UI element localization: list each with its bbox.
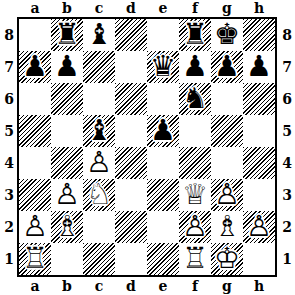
piece-black-bishop[interactable]: ♝: [83, 115, 115, 147]
square-d4[interactable]: [115, 147, 147, 179]
square-f1[interactable]: ♜♖: [179, 243, 211, 275]
square-c6[interactable]: [83, 83, 115, 115]
rank-label-4: 4: [279, 147, 295, 179]
rank-label-5: 5: [279, 115, 295, 147]
square-e1[interactable]: [147, 243, 179, 275]
square-f2[interactable]: ♟♙: [179, 211, 211, 243]
piece-white-king[interactable]: ♚♔: [211, 243, 243, 275]
piece-white-queen[interactable]: ♛♕: [179, 179, 211, 211]
square-c3[interactable]: ♞♘: [83, 179, 115, 211]
piece-white-rook[interactable]: ♜♖: [179, 243, 211, 275]
square-h1[interactable]: [243, 243, 275, 275]
square-d7[interactable]: [115, 51, 147, 83]
square-f7[interactable]: ♟: [179, 51, 211, 83]
file-label-c: c: [83, 278, 115, 294]
rank-label-8: 8: [279, 19, 295, 51]
square-e7[interactable]: ♛: [147, 51, 179, 83]
file-label-h: h: [243, 0, 275, 16]
rank-label-5: 5: [1, 115, 17, 147]
piece-outline-layer: ♙: [51, 179, 83, 211]
square-b5[interactable]: [51, 115, 83, 147]
square-g3[interactable]: ♟♙: [211, 179, 243, 211]
piece-white-pawn[interactable]: ♟♙: [179, 211, 211, 243]
piece-black-pawn[interactable]: ♟: [19, 51, 51, 83]
square-g2[interactable]: ♝♗: [211, 211, 243, 243]
piece-outline-layer: ♙: [179, 211, 211, 243]
piece-outline-layer: ♗: [51, 211, 83, 243]
piece-outline-layer: ♙: [211, 179, 243, 211]
square-e8[interactable]: [147, 19, 179, 51]
square-d3[interactable]: [115, 179, 147, 211]
piece-white-bishop[interactable]: ♝♗: [51, 211, 83, 243]
piece-white-bishop[interactable]: ♝♗: [211, 211, 243, 243]
piece-black-pawn[interactable]: ♟: [179, 51, 211, 83]
file-label-f: f: [179, 278, 211, 294]
file-labels-top: abcdefgh: [19, 0, 275, 16]
rank-label-3: 3: [1, 179, 17, 211]
rank-label-8: 8: [1, 19, 17, 51]
file-label-h: h: [243, 278, 275, 294]
file-labels-bottom: abcdefgh: [19, 278, 275, 294]
piece-white-knight[interactable]: ♞♘: [83, 179, 115, 211]
square-c4[interactable]: ♟♙: [83, 147, 115, 179]
piece-black-bishop[interactable]: ♝: [83, 19, 115, 51]
file-label-c: c: [83, 0, 115, 16]
file-label-g: g: [211, 0, 243, 16]
square-e4[interactable]: [147, 147, 179, 179]
rank-labels-right: 87654321: [279, 19, 295, 275]
square-d8[interactable]: [115, 19, 147, 51]
square-a3[interactable]: [19, 179, 51, 211]
square-b6[interactable]: [51, 83, 83, 115]
chess-diagram: abcdefgh 87654321 ♜♝♜♚♟♟♛♟♟♟♞♝♟♟♙♟♙♞♘♛♕♟…: [0, 0, 295, 295]
square-g1[interactable]: ♚♔: [211, 243, 243, 275]
file-label-b: b: [51, 278, 83, 294]
rank-label-1: 1: [1, 243, 17, 275]
file-label-b: b: [51, 0, 83, 16]
square-c8[interactable]: ♝: [83, 19, 115, 51]
square-c2[interactable]: [83, 211, 115, 243]
file-label-d: d: [115, 0, 147, 16]
rank-label-6: 6: [1, 83, 17, 115]
square-h7[interactable]: ♟: [243, 51, 275, 83]
piece-outline-layer: ♙: [83, 147, 115, 179]
square-f5[interactable]: [179, 115, 211, 147]
square-c7[interactable]: [83, 51, 115, 83]
piece-black-rook[interactable]: ♜: [51, 19, 83, 51]
piece-outline-layer: ♘: [83, 179, 115, 211]
piece-black-pawn[interactable]: ♟: [211, 51, 243, 83]
square-f6[interactable]: ♞: [179, 83, 211, 115]
square-h4[interactable]: [243, 147, 275, 179]
file-label-f: f: [179, 0, 211, 16]
file-label-e: e: [147, 0, 179, 16]
rank-label-7: 7: [279, 51, 295, 83]
piece-white-pawn[interactable]: ♟♙: [83, 147, 115, 179]
piece-black-rook[interactable]: ♜: [179, 19, 211, 51]
piece-white-pawn[interactable]: ♟♙: [51, 179, 83, 211]
chess-board: ♜♝♜♚♟♟♛♟♟♟♞♝♟♟♙♟♙♞♘♛♕♟♙♟♙♝♗♟♙♝♗♟♙♜♖♜♖♚♔: [17, 17, 277, 277]
rank-label-3: 3: [279, 179, 295, 211]
square-a7[interactable]: ♟: [19, 51, 51, 83]
square-g4[interactable]: [211, 147, 243, 179]
square-g6[interactable]: [211, 83, 243, 115]
square-h8[interactable]: [243, 19, 275, 51]
piece-outline-layer: ♕: [179, 179, 211, 211]
piece-outline-layer: ♖: [179, 243, 211, 275]
square-h3[interactable]: [243, 179, 275, 211]
square-b7[interactable]: ♟: [51, 51, 83, 83]
file-label-e: e: [147, 278, 179, 294]
square-h2[interactable]: ♟♙: [243, 211, 275, 243]
square-e6[interactable]: [147, 83, 179, 115]
square-f3[interactable]: ♛♕: [179, 179, 211, 211]
square-f8[interactable]: ♜: [179, 19, 211, 51]
file-label-g: g: [211, 278, 243, 294]
square-d1[interactable]: [115, 243, 147, 275]
piece-outline-layer: ♖: [19, 243, 51, 275]
piece-black-pawn[interactable]: ♟: [243, 51, 275, 83]
piece-white-pawn[interactable]: ♟♙: [19, 211, 51, 243]
square-b4[interactable]: [51, 147, 83, 179]
square-a8[interactable]: [19, 19, 51, 51]
square-e3[interactable]: [147, 179, 179, 211]
rank-label-4: 4: [1, 147, 17, 179]
rank-label-7: 7: [1, 51, 17, 83]
rank-labels-left: 87654321: [1, 19, 17, 275]
piece-black-pawn[interactable]: ♟: [51, 51, 83, 83]
square-b8[interactable]: ♜: [51, 19, 83, 51]
file-label-d: d: [115, 278, 147, 294]
square-a2[interactable]: ♟♙: [19, 211, 51, 243]
square-d2[interactable]: [115, 211, 147, 243]
square-a5[interactable]: [19, 115, 51, 147]
piece-white-rook[interactable]: ♜♖: [19, 243, 51, 275]
piece-outline-layer: ♔: [211, 243, 243, 275]
file-label-a: a: [19, 0, 51, 16]
square-b1[interactable]: [51, 243, 83, 275]
square-e5[interactable]: ♟: [147, 115, 179, 147]
square-d6[interactable]: [115, 83, 147, 115]
piece-black-king[interactable]: ♚: [211, 19, 243, 51]
square-g8[interactable]: ♚: [211, 19, 243, 51]
piece-black-knight[interactable]: ♞: [179, 83, 211, 115]
piece-black-queen[interactable]: ♛: [147, 51, 179, 83]
square-h5[interactable]: [243, 115, 275, 147]
square-a6[interactable]: [19, 83, 51, 115]
square-a1[interactable]: ♜♖: [19, 243, 51, 275]
square-h6[interactable]: [243, 83, 275, 115]
square-b2[interactable]: ♝♗: [51, 211, 83, 243]
piece-outline-layer: ♙: [243, 211, 275, 243]
square-e2[interactable]: [147, 211, 179, 243]
square-f4[interactable]: [179, 147, 211, 179]
file-label-a: a: [19, 278, 51, 294]
square-b3[interactable]: ♟♙: [51, 179, 83, 211]
square-c5[interactable]: ♝: [83, 115, 115, 147]
square-a4[interactable]: [19, 147, 51, 179]
piece-white-pawn[interactable]: ♟♙: [211, 179, 243, 211]
rank-label-6: 6: [279, 83, 295, 115]
square-c1[interactable]: [83, 243, 115, 275]
rank-label-2: 2: [279, 211, 295, 243]
square-d5[interactable]: [115, 115, 147, 147]
square-g5[interactable]: [211, 115, 243, 147]
piece-white-pawn[interactable]: ♟♙: [243, 211, 275, 243]
piece-outline-layer: ♗: [211, 211, 243, 243]
rank-label-2: 2: [1, 211, 17, 243]
piece-black-pawn[interactable]: ♟: [147, 115, 179, 147]
rank-label-1: 1: [279, 243, 295, 275]
square-g7[interactable]: ♟: [211, 51, 243, 83]
piece-outline-layer: ♙: [19, 211, 51, 243]
